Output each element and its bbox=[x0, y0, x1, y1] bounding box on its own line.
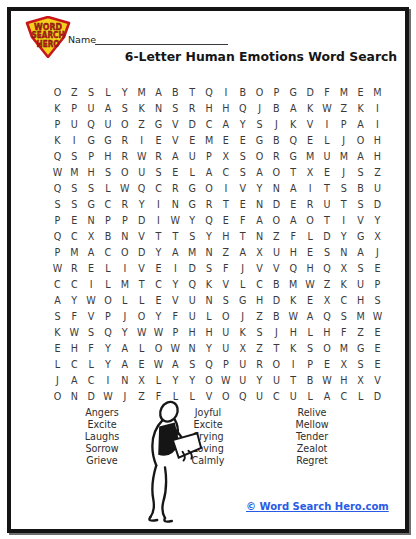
grid-cell-r13c15: M bbox=[285, 276, 302, 292]
grid-cell-r17c10: Y bbox=[201, 340, 218, 356]
grid-cell-r19c8: Y bbox=[167, 372, 184, 388]
grid-cell-r14c1: A bbox=[49, 292, 66, 308]
grid-cell-r8c4: C bbox=[100, 196, 117, 212]
grid-cell-r16c5: Y bbox=[116, 324, 133, 340]
grid-cell-r18c19: S bbox=[352, 356, 369, 372]
grid-cell-r11c15: H bbox=[285, 244, 302, 260]
grid-cell-r11c13: X bbox=[251, 244, 268, 260]
grid-cell-r5c12: S bbox=[234, 148, 251, 164]
grid-cell-r8c12: E bbox=[234, 196, 251, 212]
grid-cell-r13c14: B bbox=[268, 276, 285, 292]
grid-cell-r19c19: X bbox=[352, 372, 369, 388]
grid-cell-r18c17: E bbox=[319, 356, 336, 372]
figure-back-leg bbox=[150, 465, 156, 517]
grid-cell-r16c20: E bbox=[369, 324, 386, 340]
grid-cell-r19c4: I bbox=[100, 372, 117, 388]
grid-cell-r17c14: T bbox=[268, 340, 285, 356]
grid-cell-r2c4: A bbox=[100, 100, 117, 116]
grid-cell-r9c17: T bbox=[319, 212, 336, 228]
grid-cell-r7c17: T bbox=[319, 180, 336, 196]
grid-cell-r13c1: C bbox=[49, 276, 66, 292]
grid-cell-r17c19: G bbox=[352, 340, 369, 356]
grid-cell-r9c13: A bbox=[251, 212, 268, 228]
grid-cell-r9c6: D bbox=[133, 212, 150, 228]
grid-cell-r5c18: M bbox=[335, 148, 352, 164]
grid-cell-r17c5: A bbox=[116, 340, 133, 356]
grid-cell-r7c6: Q bbox=[133, 180, 150, 196]
grid-cell-r9c19: V bbox=[352, 212, 369, 228]
word-list-item: Mellow bbox=[267, 419, 357, 431]
grid-cell-r17c2: H bbox=[66, 340, 83, 356]
grid-cell-r8c10: R bbox=[201, 196, 218, 212]
grid-cell-r6c1: W bbox=[49, 164, 66, 180]
grid-cell-r3c3: Q bbox=[83, 116, 100, 132]
grid-cell-r11c2: M bbox=[66, 244, 83, 260]
grid-cell-r12c5: I bbox=[116, 260, 133, 276]
grid-cell-r19c20: V bbox=[369, 372, 386, 388]
grid-cell-r10c20: X bbox=[369, 228, 386, 244]
grid-cell-r15c3: V bbox=[83, 308, 100, 324]
grid-cell-r8c19: S bbox=[352, 196, 369, 212]
grid-cell-r1c15: G bbox=[285, 84, 302, 100]
grid-cell-r13c6: T bbox=[133, 276, 150, 292]
grid-cell-r1c13: O bbox=[251, 84, 268, 100]
grid-cell-r11c20: J bbox=[369, 244, 386, 260]
grid-cell-r17c8: W bbox=[167, 340, 184, 356]
grid-cell-r2c11: H bbox=[217, 100, 234, 116]
grid-cell-r8c5: R bbox=[116, 196, 133, 212]
grid-cell-r13c2: C bbox=[66, 276, 83, 292]
grid-cell-r5c17: U bbox=[319, 148, 336, 164]
logo-line-3: HERO bbox=[37, 40, 60, 49]
grid-cell-r1c16: D bbox=[302, 84, 319, 100]
grid-cell-r8c18: T bbox=[335, 196, 352, 212]
grid-cell-r6c8: E bbox=[167, 164, 184, 180]
grid-cell-r18c3: L bbox=[83, 356, 100, 372]
grid-cell-r9c14: O bbox=[268, 212, 285, 228]
grid-cell-r4c8: V bbox=[167, 132, 184, 148]
grid-cell-r5c19: A bbox=[352, 148, 369, 164]
grid-cell-r11c5: O bbox=[116, 244, 133, 260]
grid-cell-r8c2: S bbox=[66, 196, 83, 212]
grid-cell-r11c18: N bbox=[335, 244, 352, 260]
grid-cell-r20c19: L bbox=[352, 388, 369, 404]
grid-cell-r1c2: Z bbox=[66, 84, 83, 100]
grid-cell-r10c7: T bbox=[150, 228, 167, 244]
grid-cell-r15c12: J bbox=[234, 308, 251, 324]
grid-cell-r10c9: S bbox=[184, 228, 201, 244]
grid-cell-r3c13: S bbox=[251, 116, 268, 132]
grid-cell-r3c15: K bbox=[285, 116, 302, 132]
grid-cell-r10c15: F bbox=[285, 228, 302, 244]
grid-cell-r5c10: P bbox=[201, 148, 218, 164]
grid-cell-r1c19: E bbox=[352, 84, 369, 100]
grid-cell-r9c10: Q bbox=[201, 212, 218, 228]
grid-cell-r18c18: X bbox=[335, 356, 352, 372]
grid-cell-r8c11: T bbox=[217, 196, 234, 212]
word-list-item: Regret bbox=[267, 455, 357, 467]
grid-cell-r5c8: A bbox=[167, 148, 184, 164]
word-search-hero-logo: WORD SEARCH HERO bbox=[23, 16, 73, 58]
grid-cell-r11c9: M bbox=[184, 244, 201, 260]
grid-cell-r19c5: N bbox=[116, 372, 133, 388]
grid-cell-r4c6: I bbox=[133, 132, 150, 148]
grid-cell-r17c9: N bbox=[184, 340, 201, 356]
grid-cell-r5c14: R bbox=[268, 148, 285, 164]
grid-cell-r17c16: S bbox=[302, 340, 319, 356]
grid-cell-r16c19: Z bbox=[352, 324, 369, 340]
grid-cell-r10c10: Y bbox=[201, 228, 218, 244]
grid-cell-r14c16: E bbox=[302, 292, 319, 308]
grid-cell-r19c12: U bbox=[234, 372, 251, 388]
grid-cell-r18c8: A bbox=[167, 356, 184, 372]
grid-cell-r2c19: K bbox=[352, 100, 369, 116]
grid-cell-r1c5: Y bbox=[116, 84, 133, 100]
grid-cell-r20c18: C bbox=[335, 388, 352, 404]
grid-cell-r5c3: P bbox=[83, 148, 100, 164]
grid-cell-r4c12: E bbox=[234, 132, 251, 148]
grid-cell-r16c2: W bbox=[66, 324, 83, 340]
grid-cell-r14c8: V bbox=[167, 292, 184, 308]
grid-cell-r2c17: W bbox=[319, 100, 336, 116]
grid-cell-r6c13: A bbox=[251, 164, 268, 180]
grid-cell-r11c1: P bbox=[49, 244, 66, 260]
grid-cell-r8c20: D bbox=[369, 196, 386, 212]
grid-cell-r13c3: I bbox=[83, 276, 100, 292]
grid-cell-r12c1: W bbox=[49, 260, 66, 276]
grid-cell-r13c8: Y bbox=[167, 276, 184, 292]
grid-cell-r20c14: C bbox=[268, 388, 285, 404]
grid-cell-r7c13: Y bbox=[251, 180, 268, 196]
grid-cell-r14c5: L bbox=[116, 292, 133, 308]
grid-cell-r13c10: K bbox=[201, 276, 218, 292]
grid-cell-r20c2: N bbox=[66, 388, 83, 404]
grid-cell-r7c19: B bbox=[352, 180, 369, 196]
grid-cell-r5c5: R bbox=[116, 148, 133, 164]
grid-cell-r5c13: O bbox=[251, 148, 268, 164]
grid-cell-r7c9: G bbox=[184, 180, 201, 196]
grid-cell-r18c10: Q bbox=[201, 356, 218, 372]
grid-cell-r6c14: O bbox=[268, 164, 285, 180]
grid-cell-r11c19: A bbox=[352, 244, 369, 260]
grid-cell-r1c17: F bbox=[319, 84, 336, 100]
grid-cell-r12c6: V bbox=[133, 260, 150, 276]
grid-cell-r4c20: H bbox=[369, 132, 386, 148]
grid-cell-r11c8: A bbox=[167, 244, 184, 260]
grid-cell-r7c20: U bbox=[369, 180, 386, 196]
grid-cell-r13c13: C bbox=[251, 276, 268, 292]
grid-cell-r19c7: L bbox=[150, 372, 167, 388]
grid-cell-r6c7: S bbox=[150, 164, 167, 180]
grid-cell-r1c20: M bbox=[369, 84, 386, 100]
grid-cell-r10c13: N bbox=[251, 228, 268, 244]
grid-cell-r15c16: A bbox=[302, 308, 319, 324]
grid-cell-r15c13: Z bbox=[251, 308, 268, 324]
grid-cell-r9c2: E bbox=[66, 212, 83, 228]
grid-cell-r7c15: A bbox=[285, 180, 302, 196]
grid-cell-r15c6: O bbox=[133, 308, 150, 324]
grid-cell-r13c20: P bbox=[369, 276, 386, 292]
grid-cell-r4c2: I bbox=[66, 132, 83, 148]
grid-cell-r3c20: I bbox=[369, 116, 386, 132]
grid-cell-r12c20: E bbox=[369, 260, 386, 276]
grid-cell-r8c9: G bbox=[184, 196, 201, 212]
grid-cell-r19c16: B bbox=[302, 372, 319, 388]
word-list-item: Tender bbox=[267, 431, 357, 443]
grid-cell-r16c7: W bbox=[150, 324, 167, 340]
grid-cell-r9c16: O bbox=[302, 212, 319, 228]
grid-cell-r9c18: I bbox=[335, 212, 352, 228]
grid-cell-r10c12: T bbox=[234, 228, 251, 244]
grid-cell-r12c10: S bbox=[201, 260, 218, 276]
grid-cell-r13c17: Z bbox=[319, 276, 336, 292]
grid-cell-r9c1: P bbox=[49, 212, 66, 228]
grid-cell-r6c20: Z bbox=[369, 164, 386, 180]
grid-cell-r20c16: L bbox=[302, 388, 319, 404]
grid-cell-r16c16: L bbox=[302, 324, 319, 340]
grid-cell-r4c7: E bbox=[150, 132, 167, 148]
grid-cell-r16c3: S bbox=[83, 324, 100, 340]
grid-cell-r18c20: E bbox=[369, 356, 386, 372]
grid-cell-r18c15: I bbox=[285, 356, 302, 372]
grid-cell-r13c11: V bbox=[217, 276, 234, 292]
grid-cell-r6c15: T bbox=[285, 164, 302, 180]
grid-cell-r14c7: E bbox=[150, 292, 167, 308]
grid-cell-r1c7: A bbox=[150, 84, 167, 100]
grid-cell-r10c5: N bbox=[116, 228, 133, 244]
grid-cell-r4c13: G bbox=[251, 132, 268, 148]
grid-cell-r19c11: W bbox=[217, 372, 234, 388]
grid-cell-r3c5: O bbox=[116, 116, 133, 132]
grid-cell-r16c9: H bbox=[184, 324, 201, 340]
grid-cell-r1c8: B bbox=[167, 84, 184, 100]
figure-front-foot bbox=[164, 518, 172, 521]
grid-cell-r11c4: C bbox=[100, 244, 117, 260]
grid-cell-r15c17: Q bbox=[319, 308, 336, 324]
grid-cell-r18c13: R bbox=[251, 356, 268, 372]
grid-cell-r3c16: V bbox=[302, 116, 319, 132]
grid-cell-r12c7: E bbox=[150, 260, 167, 276]
grid-cell-r2c12: Q bbox=[234, 100, 251, 116]
grid-cell-r19c18: H bbox=[335, 372, 352, 388]
grid-cell-r1c14: P bbox=[268, 84, 285, 100]
grid-cell-r3c11: A bbox=[217, 116, 234, 132]
grid-cell-r19c9: Y bbox=[184, 372, 201, 388]
grid-cell-r11c6: D bbox=[133, 244, 150, 260]
grid-cell-r7c1: Q bbox=[49, 180, 66, 196]
grid-cell-r16c12: K bbox=[234, 324, 251, 340]
grid-cell-r19c1: J bbox=[49, 372, 66, 388]
grid-cell-r4c19: O bbox=[352, 132, 369, 148]
grid-cell-r20c11: O bbox=[217, 388, 234, 404]
grid-cell-r11c16: E bbox=[302, 244, 319, 260]
grid-cell-r14c19: H bbox=[352, 292, 369, 308]
grid-cell-r5c9: U bbox=[184, 148, 201, 164]
grid-cell-r19c6: X bbox=[133, 372, 150, 388]
grid-cell-r6c6: U bbox=[133, 164, 150, 180]
grid-cell-r16c10: H bbox=[201, 324, 218, 340]
grid-cell-r9c11: E bbox=[217, 212, 234, 228]
grid-cell-r7c12: V bbox=[234, 180, 251, 196]
grid-cell-r2c8: S bbox=[167, 100, 184, 116]
grid-cell-r12c16: H bbox=[302, 260, 319, 276]
grid-cell-r11c7: Y bbox=[150, 244, 167, 260]
grid-cell-r18c4: Y bbox=[100, 356, 117, 372]
grid-cell-r2c13: J bbox=[251, 100, 268, 116]
grid-cell-r20c12: Q bbox=[234, 388, 251, 404]
grid-cell-r2c15: A bbox=[285, 100, 302, 116]
grid-cell-r8c13: N bbox=[251, 196, 268, 212]
grid-cell-r12c12: J bbox=[234, 260, 251, 276]
grid-cell-r10c16: L bbox=[302, 228, 319, 244]
grid-cell-r12c8: I bbox=[167, 260, 184, 276]
grid-cell-r2c6: K bbox=[133, 100, 150, 116]
grid-cell-r18c6: E bbox=[133, 356, 150, 372]
grid-cell-r3c4: U bbox=[100, 116, 117, 132]
grid-cell-r15c7: Y bbox=[150, 308, 167, 324]
grid-cell-r17c7: O bbox=[150, 340, 167, 356]
grid-cell-r4c17: L bbox=[319, 132, 336, 148]
grid-cell-r4c9: E bbox=[184, 132, 201, 148]
grid-cell-r20c3: D bbox=[83, 388, 100, 404]
grid-cell-r8c8: N bbox=[167, 196, 184, 212]
grid-cell-r15c9: U bbox=[184, 308, 201, 324]
grid-cell-r8c16: R bbox=[302, 196, 319, 212]
grid-cell-r6c5: O bbox=[116, 164, 133, 180]
grid-cell-r14c6: L bbox=[133, 292, 150, 308]
grid-cell-r14c17: X bbox=[319, 292, 336, 308]
grid-cell-r17c17: O bbox=[319, 340, 336, 356]
grid-cell-r16c15: H bbox=[285, 324, 302, 340]
grid-cell-r17c12: X bbox=[234, 340, 251, 356]
grid-cell-r3c12: Y bbox=[234, 116, 251, 132]
puzzle-title: 6-Letter Human Emotions Word Search bbox=[115, 49, 407, 64]
grid-cell-r5c2: S bbox=[66, 148, 83, 164]
grid-cell-r18c11: P bbox=[217, 356, 234, 372]
grid-cell-r13c12: L bbox=[234, 276, 251, 292]
grid-cell-r6c18: J bbox=[335, 164, 352, 180]
grid-cell-r4c11: E bbox=[217, 132, 234, 148]
grid-cell-r19c2: A bbox=[66, 372, 83, 388]
grid-cell-r7c14: N bbox=[268, 180, 285, 196]
grid-cell-r8c6: Y bbox=[133, 196, 150, 212]
grid-cell-r14c14: D bbox=[268, 292, 285, 308]
grid-cell-r2c20: I bbox=[369, 100, 386, 116]
grid-cell-r16c14: J bbox=[268, 324, 285, 340]
grid-cell-r14c10: N bbox=[201, 292, 218, 308]
grid-cell-r5c1: Q bbox=[49, 148, 66, 164]
grid-cell-r14c18: C bbox=[335, 292, 352, 308]
grid-cell-r6c9: L bbox=[184, 164, 201, 180]
grid-cell-r5c15: G bbox=[285, 148, 302, 164]
grid-cell-r3c7: G bbox=[150, 116, 167, 132]
word-list-item: Relive bbox=[267, 407, 357, 419]
grid-cell-r19c10: O bbox=[201, 372, 218, 388]
grid-cell-r2c7: N bbox=[150, 100, 167, 116]
grid-cell-r6c10: A bbox=[201, 164, 218, 180]
grid-cell-r15c18: S bbox=[335, 308, 352, 324]
grid-cell-r20c4: W bbox=[100, 388, 117, 404]
word-search-hero-link[interactable]: © Word Search Hero.com bbox=[246, 501, 376, 512]
grid-cell-r19c17: W bbox=[319, 372, 336, 388]
grid-cell-r8c1: S bbox=[49, 196, 66, 212]
grid-cell-r15c15: W bbox=[285, 308, 302, 324]
grid-cell-r1c4: L bbox=[100, 84, 117, 100]
grid-cell-r6c2: M bbox=[66, 164, 83, 180]
grid-cell-r9c9: Y bbox=[184, 212, 201, 228]
grid-cell-r10c14: Z bbox=[268, 228, 285, 244]
grid-cell-r13c19: U bbox=[352, 276, 369, 292]
grid-cell-r2c3: U bbox=[83, 100, 100, 116]
grid-cell-r14c9: U bbox=[184, 292, 201, 308]
grid-cell-r19c14: U bbox=[268, 372, 285, 388]
grid-cell-r12c18: X bbox=[335, 260, 352, 276]
grid-cell-r3c19: A bbox=[352, 116, 369, 132]
grid-cell-r9c15: A bbox=[285, 212, 302, 228]
grid-cell-r11c12: A bbox=[234, 244, 251, 260]
grid-cell-r4c16: E bbox=[302, 132, 319, 148]
grid-cell-r3c9: D bbox=[184, 116, 201, 132]
grid-cell-r6c11: C bbox=[217, 164, 234, 180]
grid-cell-r6c16: X bbox=[302, 164, 319, 180]
grid-cell-r3c17: I bbox=[319, 116, 336, 132]
grid-cell-r15c14: B bbox=[268, 308, 285, 324]
name-blank-line bbox=[95, 31, 228, 45]
grid-cell-r4c18: J bbox=[335, 132, 352, 148]
grid-cell-r2c5: S bbox=[116, 100, 133, 116]
grid-cell-r7c10: O bbox=[201, 180, 218, 196]
grid-cell-r10c3: X bbox=[83, 228, 100, 244]
grid-cell-r4c15: Q bbox=[285, 132, 302, 148]
grid-cell-r11c10: N bbox=[201, 244, 218, 260]
grid-cell-r10c1: Q bbox=[49, 228, 66, 244]
grid-cell-r17c4: Y bbox=[100, 340, 117, 356]
grid-cell-r16c17: H bbox=[319, 324, 336, 340]
grid-cell-r1c12: B bbox=[234, 84, 251, 100]
word-list-column-3: ReliveMellowTenderZealotRegret bbox=[267, 407, 357, 467]
grid-cell-r18c12: U bbox=[234, 356, 251, 372]
grid-cell-r16c8: P bbox=[167, 324, 184, 340]
grid-cell-r10c11: H bbox=[217, 228, 234, 244]
grid-cell-r16c1: K bbox=[49, 324, 66, 340]
figure-front-leg bbox=[162, 467, 166, 518]
grid-cell-r4c1: K bbox=[49, 132, 66, 148]
grid-cell-r5c11: X bbox=[217, 148, 234, 164]
grid-cell-r1c9: T bbox=[184, 84, 201, 100]
grid-cell-r14c13: H bbox=[251, 292, 268, 308]
grid-cell-r10c6: V bbox=[133, 228, 150, 244]
grid-cell-r17c15: K bbox=[285, 340, 302, 356]
grid-cell-r2c14: B bbox=[268, 100, 285, 116]
grid-cell-r18c5: A bbox=[116, 356, 133, 372]
grid-cell-r19c3: C bbox=[83, 372, 100, 388]
grid-cell-r8c17: U bbox=[319, 196, 336, 212]
grid-cell-r9c20: Y bbox=[369, 212, 386, 228]
grid-cell-r12c4: L bbox=[100, 260, 117, 276]
grid-cell-r14c4: O bbox=[100, 292, 117, 308]
grid-cell-r15c1: S bbox=[49, 308, 66, 324]
grid-cell-r7c18: S bbox=[335, 180, 352, 196]
grid-cell-r2c16: K bbox=[302, 100, 319, 116]
grid-cell-r12c9: D bbox=[184, 260, 201, 276]
grid-cell-r20c20: D bbox=[369, 388, 386, 404]
grid-cell-r17c6: L bbox=[133, 340, 150, 356]
grid-cell-r10c8: T bbox=[167, 228, 184, 244]
word-list-item: Zealot bbox=[267, 443, 357, 455]
grid-cell-r4c5: R bbox=[116, 132, 133, 148]
grid-cell-r16c11: U bbox=[217, 324, 234, 340]
grid-cell-r4c3: G bbox=[83, 132, 100, 148]
